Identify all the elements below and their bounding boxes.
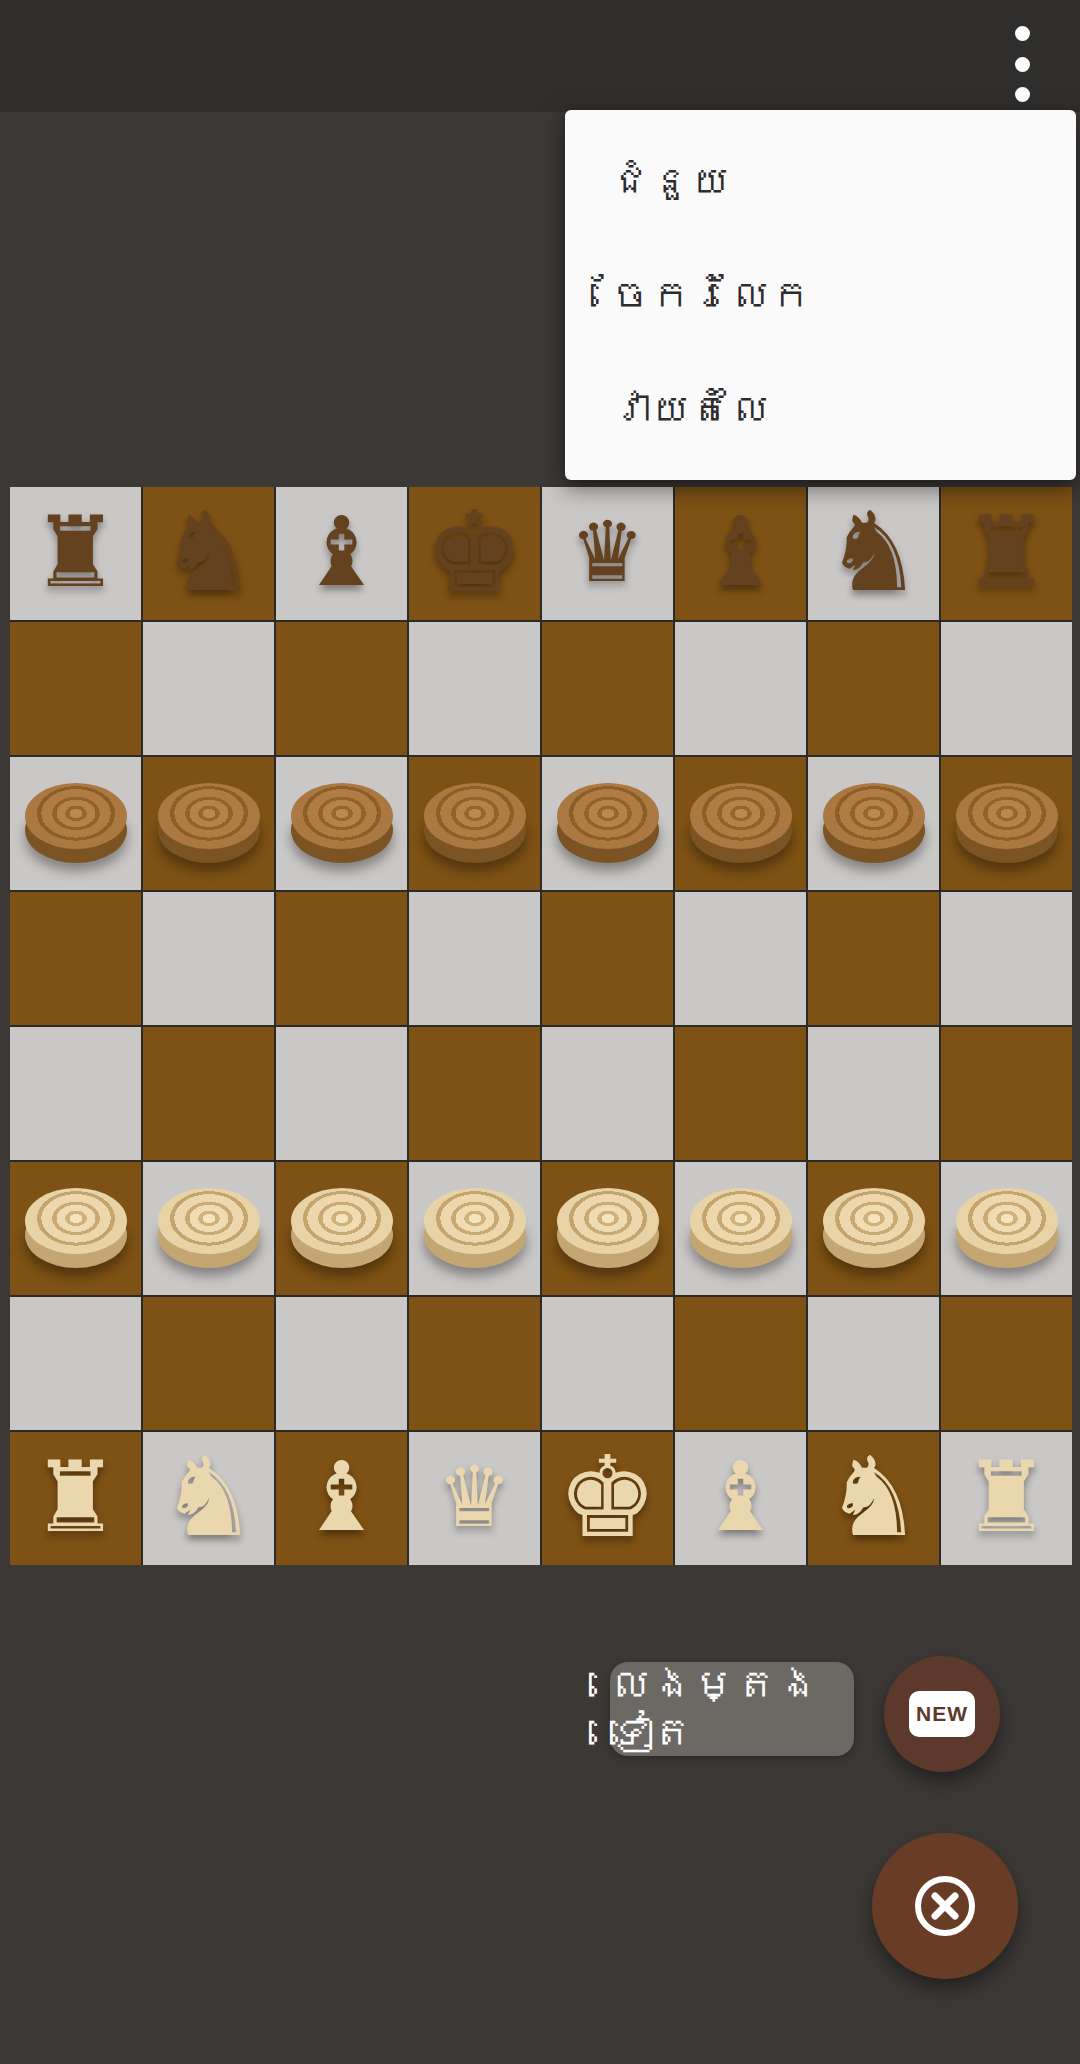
square-b2[interactable] [143, 1297, 274, 1430]
square-b3[interactable] [143, 1162, 274, 1295]
square-b4[interactable] [143, 1027, 274, 1160]
square-b7[interactable] [143, 622, 274, 755]
square-h6[interactable] [941, 757, 1072, 890]
square-h8[interactable]: ♜ [941, 487, 1072, 620]
close-circle-icon [911, 1872, 979, 1940]
white-queen[interactable]: ♛ [437, 1455, 512, 1539]
square-d3[interactable] [409, 1162, 540, 1295]
menu-item-help[interactable]: ជំនួយ [565, 124, 1076, 238]
square-a1[interactable]: ♜ [10, 1432, 141, 1565]
white-king[interactable]: ♚ [557, 1441, 657, 1553]
pawn-disc-face [424, 783, 526, 849]
black-pawn[interactable] [823, 783, 925, 865]
pawn-disc-face [956, 1188, 1058, 1254]
square-a8[interactable]: ♜ [10, 487, 141, 620]
square-e5[interactable] [542, 892, 673, 1025]
square-d7[interactable] [409, 622, 540, 755]
black-king[interactable]: ♚ [424, 496, 524, 608]
pawn-disc-face [823, 783, 925, 849]
square-c1[interactable]: ♝ [276, 1432, 407, 1565]
black-bishop[interactable]: ♝ [298, 504, 384, 600]
square-a7[interactable] [10, 622, 141, 755]
pawn-disc-face [690, 1188, 792, 1254]
pawn-disc-face [690, 783, 792, 849]
square-b8[interactable]: ♞ [143, 487, 274, 620]
black-pawn[interactable] [690, 783, 792, 865]
white-rook[interactable]: ♜ [32, 1448, 120, 1546]
square-d5[interactable] [409, 892, 540, 1025]
square-e7[interactable] [542, 622, 673, 755]
square-c7[interactable] [276, 622, 407, 755]
square-e2[interactable] [542, 1297, 673, 1430]
overflow-dot [1015, 87, 1030, 102]
square-g6[interactable] [808, 757, 939, 890]
square-c3[interactable] [276, 1162, 407, 1295]
black-pawn[interactable] [25, 783, 127, 865]
square-a3[interactable] [10, 1162, 141, 1295]
square-d4[interactable] [409, 1027, 540, 1160]
white-pawn[interactable] [823, 1188, 925, 1270]
square-c5[interactable] [276, 892, 407, 1025]
square-g1[interactable]: ♞ [808, 1432, 939, 1565]
square-e1[interactable]: ♚ [542, 1432, 673, 1565]
white-knight[interactable]: ♞ [159, 1442, 258, 1552]
white-pawn[interactable] [690, 1188, 792, 1270]
square-h5[interactable] [941, 892, 1072, 1025]
white-bishop[interactable]: ♝ [298, 1449, 384, 1545]
menu-item-rate[interactable]: វាយតំលៃ [565, 352, 1076, 466]
black-bishop[interactable]: ♝ [697, 504, 783, 600]
square-f1[interactable]: ♝ [675, 1432, 806, 1565]
white-rook[interactable]: ♜ [963, 1448, 1051, 1546]
pawn-disc-face [291, 783, 393, 849]
square-h7[interactable] [941, 622, 1072, 755]
square-f4[interactable] [675, 1027, 806, 1160]
black-knight[interactable]: ♞ [824, 497, 923, 607]
square-f2[interactable] [675, 1297, 806, 1430]
square-g2[interactable] [808, 1297, 939, 1430]
black-queen[interactable]: ♛ [570, 510, 645, 594]
new-badge-icon: NEW [909, 1691, 975, 1737]
play-again-button[interactable]: លេងម្តងទៀត [610, 1662, 854, 1756]
square-f3[interactable] [675, 1162, 806, 1295]
square-b1[interactable]: ♞ [143, 1432, 274, 1565]
board: ♜♞♝♚♛♝♞♜♜♞♝♛♚♝♞♜ [10, 487, 1072, 1565]
square-c6[interactable] [276, 757, 407, 890]
pawn-disc-face [25, 1188, 127, 1254]
square-a4[interactable] [10, 1027, 141, 1160]
white-bishop[interactable]: ♝ [697, 1449, 783, 1545]
square-d1[interactable]: ♛ [409, 1432, 540, 1565]
square-a5[interactable] [10, 892, 141, 1025]
square-f5[interactable] [675, 892, 806, 1025]
square-e4[interactable] [542, 1027, 673, 1160]
pawn-disc-face [557, 783, 659, 849]
square-f6[interactable] [675, 757, 806, 890]
square-h2[interactable] [941, 1297, 1072, 1430]
square-g5[interactable] [808, 892, 939, 1025]
top-app-bar [0, 0, 1080, 112]
pawn-disc-face [424, 1188, 526, 1254]
dropdown-menu: ជំនួយ ចែករំលែក វាយតំលៃ [565, 110, 1076, 480]
pawn-disc-face [158, 1188, 260, 1254]
white-pawn[interactable] [424, 1188, 526, 1270]
square-g4[interactable] [808, 1027, 939, 1160]
black-pawn[interactable] [291, 783, 393, 865]
square-c4[interactable] [276, 1027, 407, 1160]
square-c8[interactable]: ♝ [276, 487, 407, 620]
black-pawn[interactable] [557, 783, 659, 865]
overflow-menu-icon[interactable] [998, 26, 1046, 102]
menu-item-share[interactable]: ចែករំលែក [565, 238, 1076, 352]
new-game-fab[interactable]: NEW [884, 1656, 1000, 1772]
overflow-dot [1015, 57, 1030, 72]
pawn-disc-face [557, 1188, 659, 1254]
square-a2[interactable] [10, 1297, 141, 1430]
square-f8[interactable]: ♝ [675, 487, 806, 620]
pawn-disc-face [823, 1188, 925, 1254]
square-e8[interactable]: ♛ [542, 487, 673, 620]
white-pawn[interactable] [158, 1188, 260, 1270]
square-e3[interactable] [542, 1162, 673, 1295]
white-pawn[interactable] [557, 1188, 659, 1270]
square-a6[interactable] [10, 757, 141, 890]
square-e6[interactable] [542, 757, 673, 890]
black-knight[interactable]: ♞ [159, 497, 258, 607]
white-pawn[interactable] [25, 1188, 127, 1270]
square-d8[interactable]: ♚ [409, 487, 540, 620]
square-h3[interactable] [941, 1162, 1072, 1295]
square-d6[interactable] [409, 757, 540, 890]
square-g8[interactable]: ♞ [808, 487, 939, 620]
pawn-disc-face [25, 783, 127, 849]
close-fab[interactable] [872, 1833, 1018, 1979]
square-h4[interactable] [941, 1027, 1072, 1160]
white-pawn[interactable] [291, 1188, 393, 1270]
black-pawn[interactable] [424, 783, 526, 865]
square-g7[interactable] [808, 622, 939, 755]
black-pawn[interactable] [956, 783, 1058, 865]
square-g3[interactable] [808, 1162, 939, 1295]
square-c2[interactable] [276, 1297, 407, 1430]
pawn-disc-face [291, 1188, 393, 1254]
square-b6[interactable] [143, 757, 274, 890]
black-pawn[interactable] [158, 783, 260, 865]
overflow-dot [1015, 26, 1030, 41]
white-knight[interactable]: ♞ [824, 1442, 923, 1552]
black-rook[interactable]: ♜ [963, 503, 1051, 601]
square-d2[interactable] [409, 1297, 540, 1430]
pawn-disc-face [158, 783, 260, 849]
square-f7[interactable] [675, 622, 806, 755]
black-rook[interactable]: ♜ [32, 503, 120, 601]
square-h1[interactable]: ♜ [941, 1432, 1072, 1565]
square-b5[interactable] [143, 892, 274, 1025]
pawn-disc-face [956, 783, 1058, 849]
white-pawn[interactable] [956, 1188, 1058, 1270]
